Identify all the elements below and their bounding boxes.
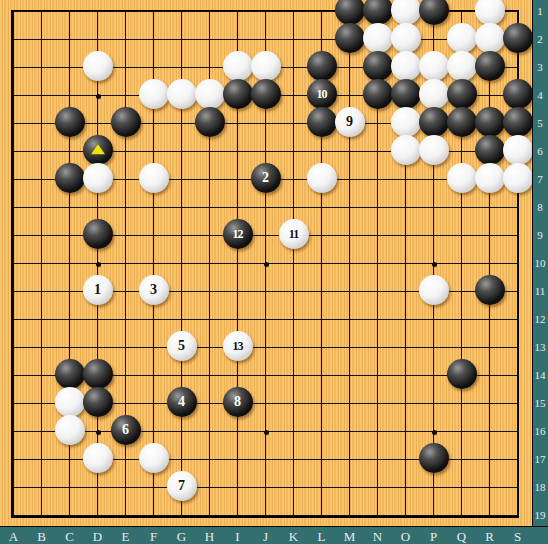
row-label-8: 8 [532, 201, 548, 213]
stone-black-R5[interactable] [475, 107, 505, 137]
row-label-17: 17 [532, 453, 548, 465]
column-label-B: B [31, 529, 53, 544]
stone-white-M5[interactable]: 9 [335, 107, 365, 137]
stone-white-P4[interactable] [419, 79, 449, 109]
stone-white-F17[interactable] [139, 443, 169, 473]
move-number-12: 12 [233, 228, 243, 240]
stone-black-L4[interactable]: 10 [307, 79, 337, 109]
column-label-A: A [3, 529, 25, 544]
stone-white-Q7[interactable] [447, 163, 477, 193]
row-label-7: 7 [532, 173, 548, 185]
stone-black-Q4[interactable] [447, 79, 477, 109]
stone-white-D3[interactable] [83, 51, 113, 81]
move-number-1: 1 [94, 283, 101, 297]
column-label-J: J [255, 529, 277, 544]
move-number-5: 5 [178, 339, 185, 353]
go-board-screen: 10921211135134867 ABCDEFGHIJKLMNOPQRS123… [0, 0, 548, 544]
stone-white-G18[interactable]: 7 [167, 471, 197, 501]
row-label-18: 18 [532, 481, 548, 493]
stone-black-D6[interactable] [83, 135, 113, 165]
stone-black-C5[interactable] [55, 107, 85, 137]
row-label-19: 19 [532, 509, 548, 521]
column-label-N: N [367, 529, 389, 544]
column-label-G: G [171, 529, 193, 544]
stone-white-I3[interactable] [223, 51, 253, 81]
stone-white-P11[interactable] [419, 275, 449, 305]
stone-white-I13[interactable]: 13 [223, 331, 253, 361]
move-number-13: 13 [233, 340, 243, 352]
star-point-J16 [264, 430, 269, 435]
column-label-H: H [199, 529, 221, 544]
stone-white-G13[interactable]: 5 [167, 331, 197, 361]
stone-black-D14[interactable] [83, 359, 113, 389]
star-point-P16 [432, 430, 437, 435]
stone-black-P17[interactable] [419, 443, 449, 473]
row-label-9: 9 [532, 229, 548, 241]
stone-black-I9[interactable]: 12 [223, 219, 253, 249]
move-number-6: 6 [122, 423, 129, 437]
stone-black-Q14[interactable] [447, 359, 477, 389]
column-label-I: I [227, 529, 249, 544]
stone-white-C15[interactable] [55, 387, 85, 417]
stone-white-G4[interactable] [167, 79, 197, 109]
stone-white-O5[interactable] [391, 107, 421, 137]
stone-white-F4[interactable] [139, 79, 169, 109]
stone-white-O3[interactable] [391, 51, 421, 81]
stone-white-S7[interactable] [503, 163, 533, 193]
stone-black-L5[interactable] [307, 107, 337, 137]
column-label-R: R [479, 529, 501, 544]
column-label-E: E [115, 529, 137, 544]
stone-white-D17[interactable] [83, 443, 113, 473]
column-label-S: S [507, 529, 529, 544]
stone-white-Q3[interactable] [447, 51, 477, 81]
stone-white-R2[interactable] [475, 23, 505, 53]
row-label-2: 2 [532, 33, 548, 45]
stone-black-S4[interactable] [503, 79, 533, 109]
stone-white-H4[interactable] [195, 79, 225, 109]
stone-white-C16[interactable] [55, 415, 85, 445]
stone-black-D9[interactable] [83, 219, 113, 249]
stone-black-C14[interactable] [55, 359, 85, 389]
star-point-P10 [432, 262, 437, 267]
row-label-10: 10 [532, 257, 548, 269]
row-label-6: 6 [532, 145, 548, 157]
row-label-16: 16 [532, 425, 548, 437]
stone-white-P3[interactable] [419, 51, 449, 81]
stone-black-R11[interactable] [475, 275, 505, 305]
star-point-D4 [96, 94, 101, 99]
stone-black-M2[interactable] [335, 23, 365, 53]
row-label-4: 4 [532, 89, 548, 101]
stone-black-C7[interactable] [55, 163, 85, 193]
stone-white-R7[interactable] [475, 163, 505, 193]
stone-white-D11[interactable]: 1 [83, 275, 113, 305]
stone-black-E5[interactable] [111, 107, 141, 137]
stone-black-R3[interactable] [475, 51, 505, 81]
star-point-D16 [96, 430, 101, 435]
stone-black-E16[interactable]: 6 [111, 415, 141, 445]
move-number-10: 10 [317, 88, 327, 100]
row-label-3: 3 [532, 61, 548, 73]
stone-black-N3[interactable] [363, 51, 393, 81]
star-point-J10 [264, 262, 269, 267]
stone-black-L3[interactable] [307, 51, 337, 81]
stone-white-L7[interactable] [307, 163, 337, 193]
stone-black-J7[interactable]: 2 [251, 163, 281, 193]
stone-black-D15[interactable] [83, 387, 113, 417]
row-label-5: 5 [532, 117, 548, 129]
stone-white-F11[interactable]: 3 [139, 275, 169, 305]
stone-black-N4[interactable] [363, 79, 393, 109]
stone-black-H5[interactable] [195, 107, 225, 137]
stone-black-J4[interactable] [251, 79, 281, 109]
stone-black-P5[interactable] [419, 107, 449, 137]
stone-black-G15[interactable]: 4 [167, 387, 197, 417]
row-label-12: 12 [532, 313, 548, 325]
stone-black-O4[interactable] [391, 79, 421, 109]
column-label-C: C [59, 529, 81, 544]
column-label-L: L [311, 529, 333, 544]
row-label-1: 1 [532, 5, 548, 17]
stone-white-P6[interactable] [419, 135, 449, 165]
stone-white-S6[interactable] [503, 135, 533, 165]
move-number-3: 3 [150, 283, 157, 297]
row-label-15: 15 [532, 397, 548, 409]
move-number-7: 7 [178, 479, 185, 493]
stone-white-O6[interactable] [391, 135, 421, 165]
stone-black-R6[interactable] [475, 135, 505, 165]
row-label-11: 11 [532, 285, 548, 297]
stone-white-F7[interactable] [139, 163, 169, 193]
column-label-M: M [339, 529, 361, 544]
stone-black-Q5[interactable] [447, 107, 477, 137]
row-label-13: 13 [532, 341, 548, 353]
column-label-O: O [395, 529, 417, 544]
move-number-8: 8 [234, 395, 241, 409]
star-point-D10 [96, 262, 101, 267]
move-number-9: 9 [346, 115, 353, 129]
column-label-D: D [87, 529, 109, 544]
column-label-K: K [283, 529, 305, 544]
stone-black-S2[interactable] [503, 23, 533, 53]
column-label-F: F [143, 529, 165, 544]
stone-white-N2[interactable] [363, 23, 393, 53]
column-label-Q: Q [451, 529, 473, 544]
stone-white-D7[interactable] [83, 163, 113, 193]
stone-white-J3[interactable] [251, 51, 281, 81]
stone-black-I4[interactable] [223, 79, 253, 109]
stone-white-O2[interactable] [391, 23, 421, 53]
triangle-marker-icon [91, 144, 105, 154]
move-number-11: 11 [289, 228, 298, 240]
stone-black-I15[interactable]: 8 [223, 387, 253, 417]
move-number-4: 4 [178, 395, 185, 409]
stone-white-K9[interactable]: 11 [279, 219, 309, 249]
row-label-14: 14 [532, 369, 548, 381]
move-number-2: 2 [262, 171, 269, 185]
stone-white-Q2[interactable] [447, 23, 477, 53]
stone-black-S5[interactable] [503, 107, 533, 137]
column-label-P: P [423, 529, 445, 544]
